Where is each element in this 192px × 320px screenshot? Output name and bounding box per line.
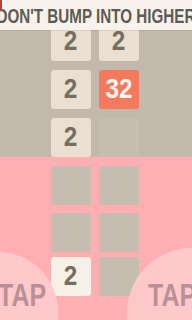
tap-left-label: TAP [0, 279, 46, 311]
tile-2: 2 [51, 118, 91, 157]
empty-cell [51, 213, 91, 252]
tile-value: 2 [64, 118, 78, 157]
tile-value: 2 [64, 257, 78, 296]
tile-2: 2 [51, 70, 91, 109]
empty-cell [99, 118, 139, 157]
tutorial-screen: 2223222 DON'T BUMP INTO HIGHER TAP TAP [0, 0, 192, 320]
tutorial-header-bar: DON'T BUMP INTO HIGHER [0, 0, 192, 30]
tile-32: 32 [99, 70, 139, 109]
tutorial-header-text: DON'T BUMP INTO HIGHER [0, 3, 192, 28]
tile-value: 2 [64, 70, 78, 109]
tile-value: 32 [105, 70, 132, 109]
tap-right-label: TAP [148, 279, 192, 311]
screen-edge-red-mark [0, 0, 2, 11]
empty-cell [51, 166, 91, 205]
tile-2: 2 [51, 257, 91, 296]
empty-cell [99, 213, 139, 252]
empty-cell [99, 166, 139, 205]
